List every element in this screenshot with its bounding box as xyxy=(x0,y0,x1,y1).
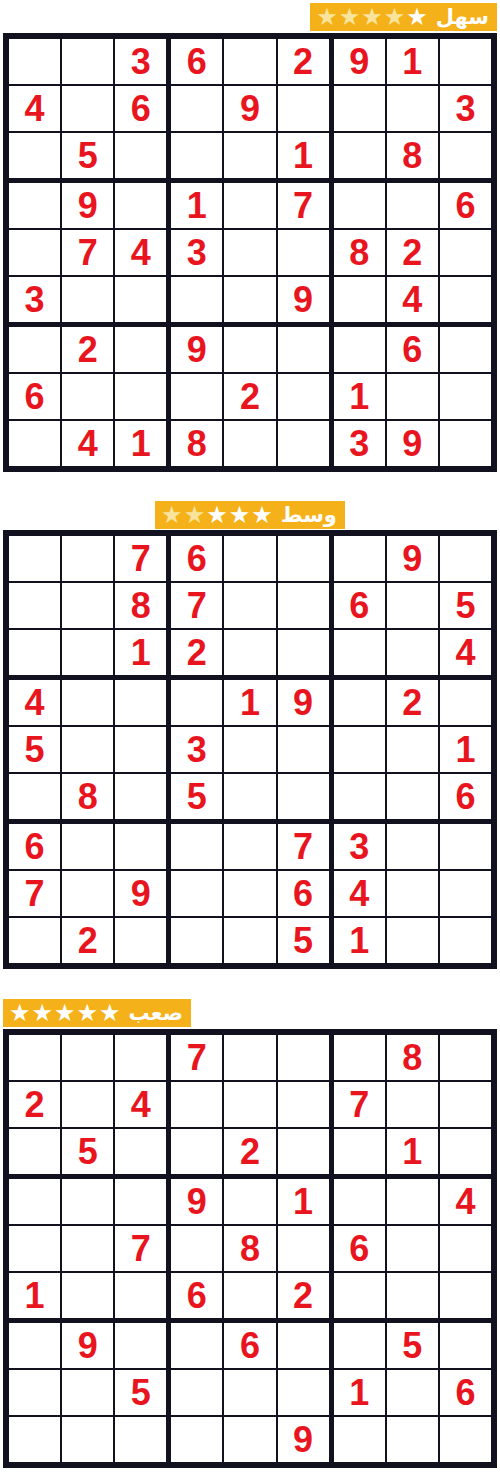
puzzle-medium-cell-r6c7[interactable] xyxy=(334,774,385,819)
puzzle-hard-cell-r6c9[interactable] xyxy=(440,1273,491,1318)
puzzle-medium-cell-r2c1[interactable] xyxy=(9,583,60,628)
puzzle-medium-cell-r4c4[interactable] xyxy=(171,680,222,725)
puzzle-medium-cell-r8c4[interactable] xyxy=(171,871,222,916)
puzzle-hard-cell-r7c8[interactable]: 5 xyxy=(387,1323,438,1368)
puzzle-easy-cell-r7c7[interactable] xyxy=(334,327,385,372)
puzzle-easy-cell-r3c3[interactable] xyxy=(115,133,166,178)
sudoku-box: 765 xyxy=(171,824,328,963)
puzzle-easy-cell-r5c7[interactable]: 8 xyxy=(334,230,385,275)
puzzle-easy-cell-r7c6[interactable] xyxy=(278,327,329,372)
puzzle-medium-cell-r4c1[interactable]: 4 xyxy=(9,680,60,725)
puzzle-easy-cell-r6c9[interactable] xyxy=(440,277,491,322)
puzzle-easy-cell-r6c3[interactable] xyxy=(115,277,166,322)
sudoku-box: 928 xyxy=(171,327,328,466)
puzzle-hard-cell-r4c9[interactable]: 4 xyxy=(440,1179,491,1224)
puzzle-medium-cell-r5c8[interactable] xyxy=(387,727,438,772)
puzzle-medium-cell-r1c8[interactable]: 9 xyxy=(387,536,438,581)
puzzle-medium-cell-r1c2[interactable] xyxy=(62,536,113,581)
sudoku-box: 1935 xyxy=(171,680,328,819)
puzzle-medium-cell-r7c8[interactable] xyxy=(387,824,438,869)
puzzle-medium-cell-r8c9[interactable] xyxy=(440,871,491,916)
puzzle-hard-cell-r8c6[interactable] xyxy=(278,1370,329,1415)
puzzle-easy-cell-r6c1[interactable]: 3 xyxy=(9,277,60,322)
puzzle-hard-cell-r7c4[interactable] xyxy=(171,1323,222,1368)
puzzle-medium-cell-r8c2[interactable] xyxy=(62,871,113,916)
puzzle-hard-cell-r6c5[interactable] xyxy=(224,1273,275,1318)
puzzle-easy-cell-r8c1[interactable]: 6 xyxy=(9,374,60,419)
stars: ★★★★★ xyxy=(316,5,428,29)
puzzle-easy-cell-r3c4[interactable] xyxy=(171,133,222,178)
puzzle-medium-cell-r4c2[interactable] xyxy=(62,680,113,725)
puzzle-easy-cell-r4c5[interactable] xyxy=(224,183,275,228)
puzzle-medium-cell-r7c2[interactable] xyxy=(62,824,113,869)
puzzle-medium-cell-r5c9[interactable]: 1 xyxy=(440,727,491,772)
puzzle-hard-cell-r5c7[interactable]: 6 xyxy=(334,1226,385,1271)
puzzle-hard-cell-r5c6[interactable] xyxy=(278,1226,329,1271)
star-empty-icon: ★ xyxy=(184,503,206,527)
puzzle-medium-cell-r6c8[interactable] xyxy=(387,774,438,819)
puzzle-medium-cell-r3c9[interactable]: 4 xyxy=(440,630,491,675)
puzzle-hard-cell-r4c6[interactable]: 1 xyxy=(278,1179,329,1224)
puzzle-hard-cell-r2c4[interactable] xyxy=(171,1082,222,1127)
sudoku-box: 516 xyxy=(334,1323,491,1462)
puzzle-hard-cell-r6c3[interactable] xyxy=(115,1273,166,1318)
puzzle-hard-cell-r9c1[interactable] xyxy=(9,1417,60,1462)
puzzle-medium-cell-r2c2[interactable] xyxy=(62,583,113,628)
puzzle-hard-cell-r3c8[interactable]: 1 xyxy=(387,1129,438,1174)
puzzle-hard-cell-r2c5[interactable] xyxy=(224,1082,275,1127)
sudoku-box: 9138 xyxy=(334,39,491,178)
puzzle-medium-cell-r3c5[interactable] xyxy=(224,630,275,675)
puzzle-medium-cell-r3c6[interactable] xyxy=(278,630,329,675)
puzzle-easy-cell-r7c5[interactable] xyxy=(224,327,275,372)
puzzle-medium-cell-r5c3[interactable] xyxy=(115,727,166,772)
puzzle-medium-cell-r9c4[interactable] xyxy=(171,918,222,963)
puzzle-easy-cell-r1c9[interactable] xyxy=(440,39,491,84)
puzzle-hard-cell-r6c2[interactable] xyxy=(62,1273,113,1318)
sudoku-box: 91862 xyxy=(171,1179,328,1318)
puzzle-easy-cell-r6c2[interactable] xyxy=(62,277,113,322)
difficulty-label-medium: وسط xyxy=(281,501,337,529)
puzzle-easy-cell-r5c8[interactable]: 2 xyxy=(387,230,438,275)
puzzle-easy-cell-r4c3[interactable] xyxy=(115,183,166,228)
puzzle-hard-cell-r2c1[interactable]: 2 xyxy=(9,1082,60,1127)
puzzle-medium-cell-r5c7[interactable] xyxy=(334,727,385,772)
puzzle-hard-cell-r8c8[interactable] xyxy=(387,1370,438,1415)
star-empty-icon: ★ xyxy=(339,5,361,29)
puzzle-hard-cell-r4c1[interactable] xyxy=(9,1179,60,1224)
puzzle-hard-cell-r6c6[interactable]: 2 xyxy=(278,1273,329,1318)
puzzle-medium-cell-r3c2[interactable] xyxy=(62,630,113,675)
puzzle-easy-cell-r8c4[interactable] xyxy=(171,374,222,419)
puzzle-medium-cell-r6c3[interactable] xyxy=(115,774,166,819)
puzzle-hard-cell-r8c5[interactable] xyxy=(224,1370,275,1415)
sudoku-box: 46 xyxy=(334,1179,491,1318)
sudoku-box: 9654 xyxy=(334,536,491,675)
puzzle-easy-cell-r2c5[interactable]: 9 xyxy=(224,86,275,131)
puzzle-medium-cell-r3c1[interactable] xyxy=(9,630,60,675)
sudoku-box: 781 xyxy=(9,536,166,675)
puzzle-medium-cell-r2c7[interactable]: 6 xyxy=(334,583,385,628)
star-empty-icon: ★ xyxy=(316,5,338,29)
sudoku-box: 672 xyxy=(171,536,328,675)
puzzle-medium-cell-r3c7[interactable] xyxy=(334,630,385,675)
puzzle-hard-cell-r2c9[interactable] xyxy=(440,1082,491,1127)
star-empty-icon: ★ xyxy=(161,503,183,527)
puzzle-easy-cell-r7c4[interactable]: 9 xyxy=(171,327,222,372)
easy-difficulty-banner: ★★★★★ سهل xyxy=(310,3,497,31)
puzzle-hard-cell-r7c7[interactable] xyxy=(334,1323,385,1368)
puzzle-easy-cell-r4c9[interactable]: 6 xyxy=(440,183,491,228)
puzzle-easy-cell-r9c6[interactable] xyxy=(278,421,329,466)
puzzle-medium-cell-r4c9[interactable] xyxy=(440,680,491,725)
puzzle-easy-cell-r3c9[interactable] xyxy=(440,133,491,178)
puzzle-hard-cell-r6c7[interactable] xyxy=(334,1273,385,1318)
puzzle-medium-cell-r4c3[interactable] xyxy=(115,680,166,725)
puzzle-easy-cell-r4c8[interactable] xyxy=(387,183,438,228)
puzzle-hard-cell-r3c3[interactable] xyxy=(115,1129,166,1174)
puzzle-easy-cell-r6c8[interactable]: 4 xyxy=(387,277,438,322)
puzzle-hard-cell-r2c3[interactable]: 4 xyxy=(115,1082,166,1127)
puzzle-medium-cell-r2c9[interactable]: 5 xyxy=(440,583,491,628)
sudoku-box: 3465 xyxy=(9,39,166,178)
puzzle-hard-cell-r3c7[interactable] xyxy=(334,1129,385,1174)
puzzle-easy-cell-r8c3[interactable] xyxy=(115,374,166,419)
sudoku-box: 6139 xyxy=(334,327,491,466)
puzzle-hard-cell-r8c1[interactable] xyxy=(9,1370,60,1415)
puzzle-easy-cell-r8c6[interactable] xyxy=(278,374,329,419)
puzzle-medium-cell-r2c6[interactable] xyxy=(278,583,329,628)
puzzle-hard-cell-r2c6[interactable] xyxy=(278,1082,329,1127)
puzzle-medium-cell-r9c3[interactable] xyxy=(115,918,166,963)
puzzle-medium-cell-r8c6[interactable]: 6 xyxy=(278,871,329,916)
puzzle-hard-cell-r3c9[interactable] xyxy=(440,1129,491,1174)
puzzle-medium-cell-r9c7[interactable]: 1 xyxy=(334,918,385,963)
puzzle-hard-cell-r3c5[interactable]: 2 xyxy=(224,1129,275,1174)
puzzle-medium-cell-r4c7[interactable] xyxy=(334,680,385,725)
puzzle-hard-cell-r6c8[interactable] xyxy=(387,1273,438,1318)
puzzle-hard-cell-r5c1[interactable] xyxy=(9,1226,60,1271)
sudoku-box: 245 xyxy=(9,1035,166,1174)
puzzle-hard-cell-r4c8[interactable] xyxy=(387,1179,438,1224)
puzzle-easy-cell-r5c1[interactable] xyxy=(9,230,60,275)
sudoku-box: 2641 xyxy=(9,327,166,466)
puzzle-medium-cell-r9c1[interactable] xyxy=(9,918,60,963)
puzzle-medium-cell-r2c4[interactable]: 7 xyxy=(171,583,222,628)
puzzle-medium-cell-r1c7[interactable] xyxy=(334,536,385,581)
puzzle-hard-cell-r8c2[interactable] xyxy=(62,1370,113,1415)
puzzle-easy-cell-r3c1[interactable] xyxy=(9,133,60,178)
puzzle-medium-cell-r7c9[interactable] xyxy=(440,824,491,869)
puzzle-hard-cell-r4c2[interactable] xyxy=(62,1179,113,1224)
puzzle-easy-cell-r1c4[interactable]: 6 xyxy=(171,39,222,84)
puzzle-medium-cell-r9c5[interactable] xyxy=(224,918,275,963)
puzzle-medium-cell-r2c5[interactable] xyxy=(224,583,275,628)
puzzle-easy-cell-r9c2[interactable]: 4 xyxy=(62,421,113,466)
puzzle-easy-cell-r3c5[interactable] xyxy=(224,133,275,178)
puzzle-easy-cell-r8c2[interactable] xyxy=(62,374,113,419)
puzzle-medium-cell-r7c7[interactable]: 3 xyxy=(334,824,385,869)
puzzle-easy-cell-r3c6[interactable]: 1 xyxy=(278,133,329,178)
puzzle-hard-cell-r2c2[interactable] xyxy=(62,1082,113,1127)
puzzle-easy-cell-r7c8[interactable]: 6 xyxy=(387,327,438,372)
puzzle-easy-cell-r1c2[interactable] xyxy=(62,39,113,84)
difficulty-label-hard: صعب xyxy=(129,999,183,1027)
puzzle-hard-cell-r5c5[interactable]: 8 xyxy=(224,1226,275,1271)
puzzle-easy-cell-r2c1[interactable]: 4 xyxy=(9,86,60,131)
puzzle-easy-cell-r7c2[interactable]: 2 xyxy=(62,327,113,372)
puzzle-hard-cell-r9c8[interactable] xyxy=(387,1417,438,1462)
puzzle-medium-cell-r5c6[interactable] xyxy=(278,727,329,772)
puzzle-hard-cell-r3c2[interactable]: 5 xyxy=(62,1129,113,1174)
puzzle-medium-cell-r5c5[interactable] xyxy=(224,727,275,772)
puzzle-hard-cell-r5c8[interactable] xyxy=(387,1226,438,1271)
puzzle-hard-cell-r1c3[interactable] xyxy=(115,1035,166,1080)
puzzle-hard-cell-r9c7[interactable] xyxy=(334,1417,385,1462)
puzzle-medium-cell-r9c2[interactable]: 2 xyxy=(62,918,113,963)
puzzle-easy-cell-r4c6[interactable]: 7 xyxy=(278,183,329,228)
puzzle-easy-cell-r2c6[interactable] xyxy=(278,86,329,131)
puzzle-hard-cell-r9c6[interactable]: 9 xyxy=(278,1417,329,1462)
puzzle-easy-cell-r1c3[interactable]: 3 xyxy=(115,39,166,84)
puzzle-medium-cell-r3c8[interactable] xyxy=(387,630,438,675)
puzzle-hard-cell-r7c3[interactable] xyxy=(115,1323,166,1368)
puzzle-easy-cell-r7c9[interactable] xyxy=(440,327,491,372)
star-filled-icon: ★ xyxy=(206,503,228,527)
puzzle-easy-cell-r1c7[interactable]: 9 xyxy=(334,39,385,84)
puzzle-hard-cell-r7c2[interactable]: 9 xyxy=(62,1323,113,1368)
puzzle-easy-cell-r2c3[interactable]: 6 xyxy=(115,86,166,131)
puzzle-hard-cell-r2c7[interactable]: 7 xyxy=(334,1082,385,1127)
puzzle-medium-cell-r6c1[interactable] xyxy=(9,774,60,819)
star-filled-icon: ★ xyxy=(32,1001,54,1025)
puzzle-hard-cell-r5c4[interactable] xyxy=(171,1226,222,1271)
puzzle-hard-cell-r3c6[interactable] xyxy=(278,1129,329,1174)
puzzle-easy-cell-r9c8[interactable]: 9 xyxy=(387,421,438,466)
puzzle-hard-cell-r1c9[interactable] xyxy=(440,1035,491,1080)
puzzle-easy-cell-r1c8[interactable]: 1 xyxy=(387,39,438,84)
puzzle-easy-cell-r5c9[interactable] xyxy=(440,230,491,275)
puzzle-hard-cell-r7c1[interactable] xyxy=(9,1323,60,1368)
star-filled-icon: ★ xyxy=(9,1001,31,1025)
sudoku-box: 9743 xyxy=(9,183,166,322)
puzzle-hard-cell-r8c9[interactable]: 6 xyxy=(440,1370,491,1415)
puzzle-hard-cell-r6c4[interactable]: 6 xyxy=(171,1273,222,1318)
puzzle-medium-cell-r6c2[interactable]: 8 xyxy=(62,774,113,819)
puzzle-medium-cell-r7c4[interactable] xyxy=(171,824,222,869)
puzzle-medium-cell-r9c9[interactable] xyxy=(440,918,491,963)
puzzle-hard-cell-r1c2[interactable] xyxy=(62,1035,113,1080)
puzzle-medium-cell-r3c3[interactable]: 1 xyxy=(115,630,166,675)
puzzle-medium-cell-r1c9[interactable] xyxy=(440,536,491,581)
puzzle-medium-cell-r1c5[interactable] xyxy=(224,536,275,581)
puzzle-hard-cell-r8c7[interactable]: 1 xyxy=(334,1370,385,1415)
puzzle-hard-cell-r4c7[interactable] xyxy=(334,1179,385,1224)
star-filled-icon: ★ xyxy=(99,1001,121,1025)
sudoku-box: 72 xyxy=(171,1035,328,1174)
puzzle-medium-cell-r8c3[interactable]: 9 xyxy=(115,871,166,916)
sudoku-box: 69 xyxy=(171,1323,328,1462)
puzzle-easy-cell-r9c3[interactable]: 1 xyxy=(115,421,166,466)
puzzle-medium-cell-r1c4[interactable]: 6 xyxy=(171,536,222,581)
puzzle-easy-cell-r3c7[interactable] xyxy=(334,133,385,178)
puzzle-easy-cell-r2c2[interactable] xyxy=(62,86,113,131)
puzzle-hard-cell-r7c9[interactable] xyxy=(440,1323,491,1368)
puzzle-medium-cell-r6c5[interactable] xyxy=(224,774,275,819)
puzzle-easy-cell-r9c7[interactable]: 3 xyxy=(334,421,385,466)
puzzle-easy-cell-r5c3[interactable]: 4 xyxy=(115,230,166,275)
puzzle-easy-cell-r1c6[interactable]: 2 xyxy=(278,39,329,84)
puzzle-easy-cell-r2c9[interactable]: 3 xyxy=(440,86,491,131)
puzzle-hard-cell-r3c1[interactable] xyxy=(9,1129,60,1174)
puzzle-medium-cell-r4c6[interactable]: 9 xyxy=(278,680,329,725)
puzzle-easy-cell-r9c5[interactable] xyxy=(224,421,275,466)
stars: ★★★★★ xyxy=(9,1001,121,1025)
puzzle-easy-cell-r2c7[interactable] xyxy=(334,86,385,131)
puzzle-medium-cell-r7c6[interactable]: 7 xyxy=(278,824,329,869)
puzzle-easy-cell-r7c3[interactable] xyxy=(115,327,166,372)
puzzle-easy-cell-r4c2[interactable]: 9 xyxy=(62,183,113,228)
puzzle-easy-cell-r1c5[interactable] xyxy=(224,39,275,84)
puzzle-easy-cell-r5c5[interactable] xyxy=(224,230,275,275)
puzzle-medium-cell-r5c1[interactable]: 5 xyxy=(9,727,60,772)
puzzle-medium-cell-r1c3[interactable]: 7 xyxy=(115,536,166,581)
puzzle-medium-cell-r1c1[interactable] xyxy=(9,536,60,581)
puzzle-hard-cell-r5c2[interactable] xyxy=(62,1226,113,1271)
sudoku-box: 341 xyxy=(334,824,491,963)
star-empty-icon: ★ xyxy=(384,5,406,29)
stars: ★★★★★ xyxy=(161,503,273,527)
puzzle-easy-cell-r2c8[interactable] xyxy=(387,86,438,131)
puzzle-easy-cell-r6c7[interactable] xyxy=(334,277,385,322)
puzzle-easy-cell-r1c1[interactable] xyxy=(9,39,60,84)
sudoku-box: 6792 xyxy=(9,824,166,963)
puzzle-easy-cell-r5c4[interactable]: 3 xyxy=(171,230,222,275)
sudoku-box: 71 xyxy=(9,1179,166,1318)
puzzle-easy-cell-r8c5[interactable]: 2 xyxy=(224,374,275,419)
star-filled-icon: ★ xyxy=(229,503,251,527)
puzzle-medium-cell-r7c1[interactable]: 6 xyxy=(9,824,60,869)
puzzle-easy-cell-r3c2[interactable]: 5 xyxy=(62,133,113,178)
puzzle-hard-cell-r9c2[interactable] xyxy=(62,1417,113,1462)
puzzle-medium-cell-r8c1[interactable]: 7 xyxy=(9,871,60,916)
puzzle-easy-cell-r9c1[interactable] xyxy=(9,421,60,466)
sudoku-grid: 781672965445819352166792765341 xyxy=(3,530,497,969)
puzzle-hard-cell-r6c1[interactable]: 1 xyxy=(9,1273,60,1318)
puzzle-medium-cell-r3c4[interactable]: 2 xyxy=(171,630,222,675)
puzzle-medium-cell-r6c9[interactable]: 6 xyxy=(440,774,491,819)
puzzle-hard-cell-r1c8[interactable]: 8 xyxy=(387,1035,438,1080)
medium-difficulty-banner: ★★★★★ وسط xyxy=(155,501,345,529)
puzzle-medium-cell-r8c7[interactable]: 4 xyxy=(334,871,385,916)
star-filled-icon: ★ xyxy=(77,1001,99,1025)
puzzle-medium-cell-r1c6[interactable] xyxy=(278,536,329,581)
puzzle-medium-cell-r5c2[interactable] xyxy=(62,727,113,772)
puzzle-easy-cell-r7c1[interactable] xyxy=(9,327,60,372)
sudoku-box: 6291 xyxy=(171,39,328,178)
puzzle-hard-cell-r1c1[interactable] xyxy=(9,1035,60,1080)
easy-banner-row: ★★★★★ سهل xyxy=(3,3,497,31)
sudoku-box: 458 xyxy=(9,680,166,819)
puzzle-hard-cell-r7c6[interactable] xyxy=(278,1323,329,1368)
puzzle-easy-cell-r9c9[interactable] xyxy=(440,421,491,466)
puzzle-easy-cell-r5c2[interactable]: 7 xyxy=(62,230,113,275)
puzzle-hard-cell-r2c8[interactable] xyxy=(387,1082,438,1127)
puzzle-hard-cell-r4c4[interactable]: 9 xyxy=(171,1179,222,1224)
star-filled-icon: ★ xyxy=(406,5,428,29)
puzzle-hard-cell-r5c3[interactable]: 7 xyxy=(115,1226,166,1271)
puzzle-hard-cell-r9c3[interactable] xyxy=(115,1417,166,1462)
sudoku-box: 871 xyxy=(334,1035,491,1174)
puzzle-easy-cell-r6c5[interactable] xyxy=(224,277,275,322)
puzzle-hard-cell-r1c6[interactable] xyxy=(278,1035,329,1080)
puzzle-easy-cell-r8c8[interactable] xyxy=(387,374,438,419)
hard-difficulty-banner: ★★★★★ صعب xyxy=(3,999,191,1027)
puzzle-easy-cell-r6c6[interactable]: 9 xyxy=(278,277,329,322)
puzzle-hard-cell-r9c5[interactable] xyxy=(224,1417,275,1462)
puzzle-medium-cell-r9c8[interactable] xyxy=(387,918,438,963)
puzzle-hard-cell-r8c3[interactable]: 5 xyxy=(115,1370,166,1415)
medium-banner-row: ★★★★★ وسط xyxy=(3,501,497,529)
puzzle-hard-cell-r4c3[interactable] xyxy=(115,1179,166,1224)
difficulty-label-easy: سهل xyxy=(436,3,489,31)
puzzle-easy-cell-r4c1[interactable] xyxy=(9,183,60,228)
sudoku-box: 6824 xyxy=(334,183,491,322)
puzzle-medium-cell-r8c5[interactable] xyxy=(224,871,275,916)
sudoku-grid: 245728717191862469569516 xyxy=(3,1029,497,1468)
puzzle-medium-cell-r4c5[interactable]: 1 xyxy=(224,680,275,725)
star-filled-icon: ★ xyxy=(54,1001,76,1025)
star-filled-icon: ★ xyxy=(251,503,273,527)
sudoku-grid: 34656291913897431739682426419286139 xyxy=(3,33,497,472)
puzzle-medium-cell-r4c8[interactable]: 2 xyxy=(387,680,438,725)
puzzle-easy-cell-r4c7[interactable] xyxy=(334,183,385,228)
puzzle-easy-cell-r4c4[interactable]: 1 xyxy=(171,183,222,228)
star-empty-icon: ★ xyxy=(361,5,383,29)
puzzle-hard-cell-r1c5[interactable] xyxy=(224,1035,275,1080)
hard-banner-row: ★★★★★ صعب xyxy=(3,999,497,1027)
puzzle-medium-cell-r7c5[interactable] xyxy=(224,824,275,869)
puzzle-easy-cell-r8c9[interactable] xyxy=(440,374,491,419)
puzzle-medium-cell-r6c4[interactable]: 5 xyxy=(171,774,222,819)
puzzle-hard-cell-r1c7[interactable] xyxy=(334,1035,385,1080)
puzzle-easy-cell-r8c7[interactable]: 1 xyxy=(334,374,385,419)
puzzle-hard-cell-r1c4[interactable]: 7 xyxy=(171,1035,222,1080)
puzzle-hard-cell-r8c4[interactable] xyxy=(171,1370,222,1415)
puzzle-easy-cell-r5c6[interactable] xyxy=(278,230,329,275)
puzzle-medium-cell-r9c6[interactable]: 5 xyxy=(278,918,329,963)
puzzle-hard-cell-r5c9[interactable] xyxy=(440,1226,491,1271)
sudoku-box: 1739 xyxy=(171,183,328,322)
puzzle-medium-cell-r5c4[interactable]: 3 xyxy=(171,727,222,772)
puzzle-medium-cell-r6c6[interactable] xyxy=(278,774,329,819)
puzzle-easy-cell-r6c4[interactable] xyxy=(171,277,222,322)
puzzle-hard-cell-r9c4[interactable] xyxy=(171,1417,222,1462)
puzzle-hard-cell-r9c9[interactable] xyxy=(440,1417,491,1462)
puzzle-medium-cell-r7c3[interactable] xyxy=(115,824,166,869)
puzzle-hard-cell-r3c4[interactable] xyxy=(171,1129,222,1174)
puzzle-medium-cell-r2c3[interactable]: 8 xyxy=(115,583,166,628)
puzzle-medium-cell-r2c8[interactable] xyxy=(387,583,438,628)
puzzle-easy-cell-r3c8[interactable]: 8 xyxy=(387,133,438,178)
puzzle-hard-cell-r4c5[interactable] xyxy=(224,1179,275,1224)
puzzle-medium-cell-r8c8[interactable] xyxy=(387,871,438,916)
sudoku-box: 95 xyxy=(9,1323,166,1462)
puzzle-easy-cell-r2c4[interactable] xyxy=(171,86,222,131)
sudoku-box: 216 xyxy=(334,680,491,819)
puzzle-hard-cell-r7c5[interactable]: 6 xyxy=(224,1323,275,1368)
puzzle-easy-cell-r9c4[interactable]: 8 xyxy=(171,421,222,466)
